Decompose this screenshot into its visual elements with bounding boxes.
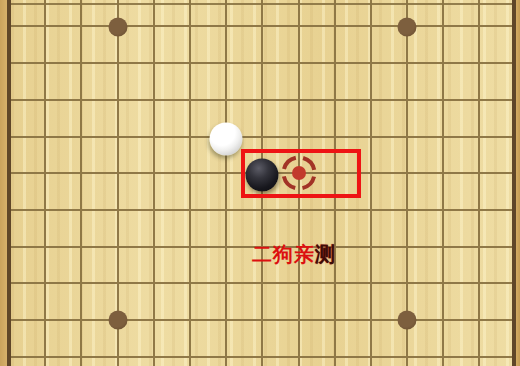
board-cell[interactable] [80, 209, 116, 246]
board-cell[interactable] [370, 172, 406, 209]
board-cell[interactable] [478, 99, 514, 136]
board-cell[interactable] [8, 282, 44, 319]
board-cell[interactable] [80, 136, 116, 173]
board-cell[interactable] [8, 246, 44, 283]
board-cell[interactable] [189, 209, 225, 246]
board-cell[interactable] [80, 62, 116, 99]
board-cell[interactable] [478, 172, 514, 209]
board-cell[interactable] [153, 62, 189, 99]
board-cell[interactable] [8, 209, 44, 246]
board-cell[interactable] [117, 99, 153, 136]
board-cell[interactable] [334, 282, 370, 319]
board-cell[interactable] [153, 25, 189, 62]
board-cell[interactable] [478, 319, 514, 356]
board-cell[interactable] [189, 172, 225, 209]
board-cell[interactable] [478, 25, 514, 62]
board-cell[interactable] [44, 99, 80, 136]
board-cell[interactable] [261, 25, 297, 62]
board-cell[interactable] [478, 356, 514, 366]
board-cell[interactable] [261, 356, 297, 366]
board-cell[interactable] [225, 282, 261, 319]
white-stone [210, 122, 243, 155]
board-cell[interactable] [153, 99, 189, 136]
board-cell[interactable] [44, 209, 80, 246]
board-cell[interactable] [478, 246, 514, 283]
board-cell[interactable] [370, 136, 406, 173]
board-cell[interactable] [8, 136, 44, 173]
board-cell[interactable] [153, 356, 189, 366]
board-cell[interactable] [261, 282, 297, 319]
board-cell[interactable] [117, 172, 153, 209]
board-cell[interactable] [189, 356, 225, 366]
board-cell[interactable] [153, 172, 189, 209]
board-cell[interactable] [153, 136, 189, 173]
board-cell[interactable] [334, 25, 370, 62]
board-cell[interactable] [117, 356, 153, 366]
watermark-text: 二狗亲测 [252, 241, 336, 268]
board-cell[interactable] [44, 136, 80, 173]
board-cell[interactable] [153, 209, 189, 246]
board-cell[interactable] [442, 319, 478, 356]
board-cell[interactable] [478, 282, 514, 319]
board-cell[interactable] [478, 136, 514, 173]
board-cell[interactable] [442, 246, 478, 283]
board-cell[interactable] [189, 246, 225, 283]
board-cell[interactable] [80, 99, 116, 136]
gomoku-board-view: 二狗亲测 [0, 0, 520, 366]
board-cell[interactable] [406, 99, 442, 136]
board-cell[interactable] [298, 356, 334, 366]
board-cell[interactable] [261, 319, 297, 356]
board-cell[interactable] [478, 209, 514, 246]
board-cell[interactable] [225, 25, 261, 62]
board-cell[interactable] [442, 136, 478, 173]
star-point [398, 311, 417, 330]
board-cell[interactable] [334, 319, 370, 356]
board-cell[interactable] [442, 356, 478, 366]
board-cell[interactable] [334, 99, 370, 136]
star-point [108, 17, 127, 36]
board-cell[interactable] [370, 356, 406, 366]
board-cell[interactable] [442, 209, 478, 246]
board-cell[interactable] [370, 62, 406, 99]
board-cell[interactable] [44, 246, 80, 283]
board-cell[interactable] [153, 246, 189, 283]
board-cell[interactable] [334, 62, 370, 99]
board-cell[interactable] [153, 319, 189, 356]
star-point [108, 311, 127, 330]
board-cell[interactable] [406, 136, 442, 173]
board-cell[interactable] [334, 246, 370, 283]
board-cell[interactable] [189, 25, 225, 62]
board-cell[interactable] [370, 99, 406, 136]
board-left-side-face [0, 0, 7, 366]
board-cell[interactable] [442, 172, 478, 209]
board-cell[interactable] [44, 282, 80, 319]
board-cell[interactable] [117, 246, 153, 283]
board-cell[interactable] [298, 282, 334, 319]
board-cell[interactable] [406, 246, 442, 283]
board-cell[interactable] [406, 172, 442, 209]
board-cell[interactable] [406, 356, 442, 366]
board-cell[interactable] [298, 25, 334, 62]
board-cell[interactable] [225, 356, 261, 366]
board-cell[interactable] [189, 319, 225, 356]
board-cell[interactable] [189, 62, 225, 99]
board-cell[interactable] [261, 62, 297, 99]
board-cell[interactable] [442, 282, 478, 319]
board-cell[interactable] [8, 62, 44, 99]
board-cell[interactable] [117, 62, 153, 99]
board-cell[interactable] [44, 25, 80, 62]
board-cell[interactable] [44, 172, 80, 209]
star-point [398, 17, 417, 36]
board-cell[interactable] [406, 209, 442, 246]
watermark-text-last: 测 [315, 243, 336, 265]
board-cell[interactable] [334, 356, 370, 366]
board-cell[interactable] [370, 209, 406, 246]
board-cell[interactable] [8, 25, 44, 62]
board-cell[interactable] [8, 99, 44, 136]
board-cell[interactable] [117, 136, 153, 173]
partial-grid-line-top [8, 3, 514, 5]
board-cell[interactable] [225, 319, 261, 356]
board-cell[interactable] [298, 319, 334, 356]
board-cell[interactable] [80, 246, 116, 283]
board-cell[interactable] [44, 319, 80, 356]
watermark-text-main: 二狗亲 [252, 243, 315, 265]
board-right-side-face [516, 0, 520, 366]
board-cell[interactable] [334, 209, 370, 246]
board-cell[interactable] [80, 356, 116, 366]
board-cell[interactable] [44, 356, 80, 366]
board-cell[interactable] [298, 99, 334, 136]
board-cell[interactable] [8, 319, 44, 356]
board-cell[interactable] [8, 172, 44, 209]
board-cell[interactable] [117, 209, 153, 246]
board-cell[interactable] [44, 62, 80, 99]
board-cell[interactable] [370, 246, 406, 283]
board-cell[interactable] [298, 62, 334, 99]
highlight-rectangle [241, 149, 361, 198]
board-cell[interactable] [80, 172, 116, 209]
board-cell[interactable] [261, 99, 297, 136]
board-cell[interactable] [225, 62, 261, 99]
board-cell[interactable] [478, 62, 514, 99]
board-cell[interactable] [442, 25, 478, 62]
board-cell[interactable] [406, 62, 442, 99]
board-cell[interactable] [153, 282, 189, 319]
board-cell[interactable] [189, 282, 225, 319]
board-cell[interactable] [442, 99, 478, 136]
board-cell[interactable] [8, 356, 44, 366]
board-cell[interactable] [442, 62, 478, 99]
board-left-border-line [7, 0, 11, 366]
